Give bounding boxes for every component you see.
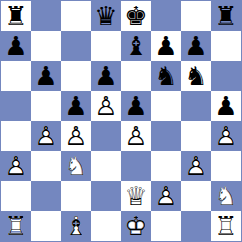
square-c2[interactable] <box>61 181 91 211</box>
black-king-piece: ♚ <box>121 1 151 31</box>
square-c3[interactable]: ♞♘ <box>61 151 91 181</box>
square-h3[interactable] <box>211 151 241 181</box>
white-pawn-piece: ♟ <box>61 121 91 151</box>
white-rook-piece-outline: ♖ <box>211 211 241 241</box>
square-b8[interactable] <box>31 1 61 31</box>
white-pawn-piece: ♟ <box>91 91 121 121</box>
square-h8[interactable]: ♜ <box>211 1 241 31</box>
square-h4[interactable]: ♟♙ <box>211 121 241 151</box>
square-a5[interactable] <box>1 91 31 121</box>
square-a8[interactable]: ♜ <box>1 1 31 31</box>
square-b6[interactable]: ♟ <box>31 61 61 91</box>
white-bishop-piece-outline: ♗ <box>61 211 91 241</box>
black-pawn-piece: ♟ <box>91 61 121 91</box>
square-c7[interactable] <box>61 31 91 61</box>
square-a1[interactable]: ♜♖ <box>1 211 31 241</box>
square-f2[interactable]: ♟♙ <box>151 181 181 211</box>
square-d3[interactable] <box>91 151 121 181</box>
square-a7[interactable]: ♟ <box>1 31 31 61</box>
square-e8[interactable]: ♚ <box>121 1 151 31</box>
white-rook-piece-outline: ♖ <box>1 211 31 241</box>
square-c5[interactable]: ♟ <box>61 91 91 121</box>
square-b3[interactable] <box>31 151 61 181</box>
square-d5[interactable]: ♟♙ <box>91 91 121 121</box>
square-a6[interactable] <box>1 61 31 91</box>
square-e4[interactable]: ♟♙ <box>121 121 151 151</box>
square-d2[interactable] <box>91 181 121 211</box>
white-queen-piece-outline: ♕ <box>121 181 151 211</box>
square-c4[interactable]: ♟♙ <box>61 121 91 151</box>
square-d6[interactable]: ♟ <box>91 61 121 91</box>
white-pawn-piece: ♟ <box>151 181 181 211</box>
square-a3[interactable]: ♟♙ <box>1 151 31 181</box>
white-pawn-piece: ♟ <box>1 151 31 181</box>
black-pawn-piece: ♟ <box>211 91 241 121</box>
white-bishop-piece: ♝ <box>61 211 91 241</box>
square-b7[interactable] <box>31 31 61 61</box>
square-d1[interactable] <box>91 211 121 241</box>
white-pawn-piece-outline: ♙ <box>31 121 61 151</box>
square-f8[interactable] <box>151 1 181 31</box>
square-h7[interactable] <box>211 31 241 61</box>
white-pawn-piece-outline: ♙ <box>91 91 121 121</box>
white-pawn-piece-outline: ♙ <box>1 151 31 181</box>
white-pawn-piece-outline: ♙ <box>181 151 211 181</box>
square-e3[interactable] <box>121 151 151 181</box>
white-pawn-piece-outline: ♙ <box>121 121 151 151</box>
white-knight-piece: ♞ <box>211 181 241 211</box>
white-pawn-piece: ♟ <box>121 121 151 151</box>
square-h1[interactable]: ♜♖ <box>211 211 241 241</box>
black-pawn-piece: ♟ <box>61 91 91 121</box>
black-bishop-piece: ♝ <box>121 31 151 61</box>
chess-board: ♜♛♚♜♟♝♟♟♟♟♞♞♟♟♙♟♟♟♙♟♙♟♙♟♙♟♙♞♘♟♙♛♕♟♙♞♘♜♖♝… <box>0 0 242 242</box>
white-king-piece: ♚ <box>121 211 151 241</box>
black-pawn-piece: ♟ <box>151 31 181 61</box>
square-g7[interactable]: ♟ <box>181 31 211 61</box>
white-queen-piece: ♛ <box>121 181 151 211</box>
square-f3[interactable] <box>151 151 181 181</box>
white-pawn-piece-outline: ♙ <box>61 121 91 151</box>
square-g6[interactable]: ♞ <box>181 61 211 91</box>
square-g3[interactable]: ♟♙ <box>181 151 211 181</box>
white-knight-piece-outline: ♘ <box>211 181 241 211</box>
square-h5[interactable]: ♟ <box>211 91 241 121</box>
square-f4[interactable] <box>151 121 181 151</box>
white-pawn-piece-outline: ♙ <box>151 181 181 211</box>
white-pawn-piece: ♟ <box>31 121 61 151</box>
square-f5[interactable] <box>151 91 181 121</box>
square-g2[interactable] <box>181 181 211 211</box>
square-b2[interactable] <box>31 181 61 211</box>
square-d7[interactable] <box>91 31 121 61</box>
square-e7[interactable]: ♝ <box>121 31 151 61</box>
square-e2[interactable]: ♛♕ <box>121 181 151 211</box>
white-rook-piece: ♜ <box>1 211 31 241</box>
square-c1[interactable]: ♝♗ <box>61 211 91 241</box>
square-f6[interactable]: ♞ <box>151 61 181 91</box>
white-knight-piece: ♞ <box>61 151 91 181</box>
black-rook-piece: ♜ <box>1 1 31 31</box>
square-c8[interactable] <box>61 1 91 31</box>
square-h2[interactable]: ♞♘ <box>211 181 241 211</box>
black-pawn-piece: ♟ <box>31 61 61 91</box>
white-pawn-piece-outline: ♙ <box>211 121 241 151</box>
square-e6[interactable] <box>121 61 151 91</box>
black-pawn-piece: ♟ <box>1 31 31 61</box>
square-e1[interactable]: ♚♔ <box>121 211 151 241</box>
square-f7[interactable]: ♟ <box>151 31 181 61</box>
white-pawn-piece: ♟ <box>211 121 241 151</box>
square-g1[interactable] <box>181 211 211 241</box>
white-knight-piece-outline: ♘ <box>61 151 91 181</box>
square-d4[interactable] <box>91 121 121 151</box>
square-h6[interactable] <box>211 61 241 91</box>
square-g4[interactable] <box>181 121 211 151</box>
black-pawn-piece: ♟ <box>181 31 211 61</box>
square-b1[interactable] <box>31 211 61 241</box>
black-knight-piece: ♞ <box>151 61 181 91</box>
white-pawn-piece: ♟ <box>181 151 211 181</box>
black-rook-piece: ♜ <box>211 1 241 31</box>
black-queen-piece: ♛ <box>91 1 121 31</box>
white-king-piece-outline: ♔ <box>121 211 151 241</box>
square-a4[interactable] <box>1 121 31 151</box>
square-a2[interactable] <box>1 181 31 211</box>
square-b5[interactable] <box>31 91 61 121</box>
white-rook-piece: ♜ <box>211 211 241 241</box>
black-pawn-piece: ♟ <box>121 91 151 121</box>
square-f1[interactable] <box>151 211 181 241</box>
square-c6[interactable] <box>61 61 91 91</box>
square-g5[interactable] <box>181 91 211 121</box>
square-d8[interactable]: ♛ <box>91 1 121 31</box>
square-b4[interactable]: ♟♙ <box>31 121 61 151</box>
square-e5[interactable]: ♟ <box>121 91 151 121</box>
square-g8[interactable] <box>181 1 211 31</box>
black-knight-piece: ♞ <box>181 61 211 91</box>
